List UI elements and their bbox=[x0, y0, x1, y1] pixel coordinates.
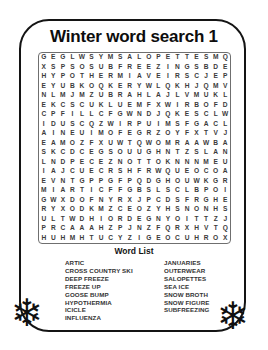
grid-cell[interactable]: S bbox=[68, 120, 78, 130]
grid-cell[interactable]: E bbox=[220, 196, 230, 206]
grid-cell[interactable]: H bbox=[87, 72, 97, 82]
grid-cell[interactable]: A bbox=[125, 91, 135, 101]
grid-cell[interactable]: T bbox=[58, 215, 68, 225]
grid-cell[interactable]: N bbox=[201, 205, 211, 215]
grid-cell[interactable]: T bbox=[201, 215, 211, 225]
grid-cell[interactable]: K bbox=[163, 158, 173, 168]
grid-cell[interactable]: O bbox=[106, 215, 116, 225]
grid-cell[interactable]: B bbox=[135, 186, 145, 196]
grid-cell[interactable]: X bbox=[182, 224, 192, 234]
grid-cell[interactable]: Z bbox=[106, 205, 116, 215]
grid-cell[interactable]: L bbox=[154, 82, 164, 92]
grid-cell[interactable]: H bbox=[154, 148, 164, 158]
grid-cell[interactable]: S bbox=[192, 63, 202, 73]
grid-cell[interactable]: V bbox=[220, 82, 230, 92]
grid-cell[interactable]: S bbox=[115, 167, 125, 177]
grid-cell[interactable]: D bbox=[220, 101, 230, 111]
grid-cell[interactable]: F bbox=[106, 186, 116, 196]
grid-cell[interactable]: U bbox=[144, 120, 154, 130]
grid-cell[interactable]: P bbox=[220, 72, 230, 82]
grid-cell[interactable]: N bbox=[115, 158, 125, 168]
grid-cell[interactable]: V bbox=[182, 91, 192, 101]
grid-cell[interactable]: S bbox=[220, 205, 230, 215]
grid-cell[interactable]: K bbox=[201, 177, 211, 187]
grid-cell[interactable]: R bbox=[49, 224, 59, 234]
grid-cell[interactable]: E bbox=[68, 129, 78, 139]
grid-cell[interactable]: J bbox=[220, 215, 230, 225]
grid-cell[interactable]: S bbox=[39, 148, 49, 158]
grid-cell[interactable]: J bbox=[192, 82, 202, 92]
grid-cell[interactable]: F bbox=[115, 129, 125, 139]
grid-cell[interactable]: R bbox=[182, 101, 192, 111]
grid-cell[interactable]: B bbox=[211, 139, 221, 149]
grid-cell[interactable]: C bbox=[106, 234, 116, 244]
grid-cell[interactable]: Q bbox=[135, 177, 145, 187]
grid-cell[interactable]: N bbox=[58, 129, 68, 139]
grid-cell[interactable]: F bbox=[211, 101, 221, 111]
grid-cell[interactable]: K bbox=[49, 148, 59, 158]
grid-cell[interactable]: K bbox=[96, 101, 106, 111]
grid-cell[interactable]: S bbox=[173, 196, 183, 206]
grid-cell[interactable]: E bbox=[125, 129, 135, 139]
grid-cell[interactable]: Y bbox=[154, 205, 164, 215]
grid-cell[interactable]: O bbox=[87, 82, 97, 92]
grid-cell[interactable]: G bbox=[96, 148, 106, 158]
grid-cell[interactable]: S bbox=[87, 53, 97, 63]
grid-cell[interactable]: T bbox=[211, 224, 221, 234]
grid-cell[interactable]: F bbox=[106, 110, 116, 120]
grid-cell[interactable]: R bbox=[144, 129, 154, 139]
grid-cell[interactable]: A bbox=[182, 139, 192, 149]
grid-cell[interactable]: X bbox=[39, 63, 49, 73]
grid-cell[interactable]: M bbox=[211, 82, 221, 92]
grid-cell[interactable]: E bbox=[182, 167, 192, 177]
grid-cell[interactable]: B bbox=[106, 91, 116, 101]
grid-cell[interactable]: L bbox=[77, 110, 87, 120]
grid-cell[interactable]: G bbox=[77, 177, 87, 187]
grid-cell[interactable]: E bbox=[135, 63, 145, 73]
grid-cell[interactable]: A bbox=[77, 224, 87, 234]
grid-cell[interactable]: T bbox=[173, 53, 183, 63]
grid-cell[interactable]: W bbox=[192, 177, 202, 187]
grid-cell[interactable]: G bbox=[125, 186, 135, 196]
grid-cell[interactable]: H bbox=[163, 177, 173, 187]
grid-cell[interactable]: I bbox=[173, 101, 183, 111]
grid-cell[interactable]: I bbox=[163, 72, 173, 82]
grid-cell[interactable]: U bbox=[96, 234, 106, 244]
grid-cell[interactable]: Z bbox=[144, 205, 154, 215]
grid-cell[interactable]: H bbox=[192, 234, 202, 244]
grid-cell[interactable]: S bbox=[173, 205, 183, 215]
grid-cell[interactable]: F bbox=[135, 167, 145, 177]
grid-cell[interactable]: E bbox=[192, 53, 202, 63]
grid-cell[interactable]: S bbox=[163, 186, 173, 196]
grid-cell[interactable]: B bbox=[192, 101, 202, 111]
grid-cell[interactable]: F bbox=[87, 139, 97, 149]
grid-cell[interactable]: Q bbox=[87, 120, 97, 130]
grid-cell[interactable]: U bbox=[58, 120, 68, 130]
grid-cell[interactable]: E bbox=[144, 63, 154, 73]
grid-cell[interactable]: P bbox=[201, 186, 211, 196]
grid-cell[interactable]: N bbox=[173, 158, 183, 168]
grid-cell[interactable]: N bbox=[154, 215, 164, 225]
grid-cell[interactable]: G bbox=[135, 129, 145, 139]
grid-cell[interactable]: L bbox=[106, 101, 116, 111]
grid-cell[interactable]: H bbox=[211, 205, 221, 215]
grid-cell[interactable]: U bbox=[125, 148, 135, 158]
grid-cell[interactable]: K bbox=[211, 91, 221, 101]
grid-cell[interactable]: O bbox=[211, 186, 221, 196]
grid-cell[interactable]: I bbox=[39, 167, 49, 177]
grid-cell[interactable]: C bbox=[77, 148, 87, 158]
grid-cell[interactable]: T bbox=[173, 148, 183, 158]
grid-cell[interactable]: P bbox=[58, 72, 68, 82]
grid-cell[interactable]: L bbox=[220, 91, 230, 101]
grid-cell[interactable]: U bbox=[96, 91, 106, 101]
grid-cell[interactable]: C bbox=[201, 110, 211, 120]
grid-cell[interactable]: W bbox=[77, 53, 87, 63]
grid-cell[interactable]: H bbox=[163, 205, 173, 215]
grid-cell[interactable]: Z bbox=[154, 63, 164, 73]
grid-cell[interactable]: O bbox=[154, 158, 164, 168]
grid-cell[interactable]: P bbox=[87, 177, 97, 187]
grid-cell[interactable]: Z bbox=[87, 91, 97, 101]
grid-cell[interactable]: O bbox=[192, 167, 202, 177]
grid-cell[interactable]: C bbox=[58, 224, 68, 234]
grid-cell[interactable]: O bbox=[192, 205, 202, 215]
grid-cell[interactable]: U bbox=[220, 158, 230, 168]
grid-cell[interactable]: O bbox=[77, 63, 87, 73]
grid-cell[interactable]: H bbox=[96, 224, 106, 234]
grid-cell[interactable]: K bbox=[173, 82, 183, 92]
grid-cell[interactable]: M bbox=[192, 91, 202, 101]
grid-cell[interactable]: I bbox=[68, 110, 78, 120]
grid-cell[interactable]: E bbox=[211, 72, 221, 82]
grid-cell[interactable]: K bbox=[87, 205, 97, 215]
grid-cell[interactable]: F bbox=[154, 224, 164, 234]
grid-cell[interactable]: J bbox=[58, 167, 68, 177]
grid-cell[interactable]: U bbox=[49, 234, 59, 244]
grid-cell[interactable]: A bbox=[125, 53, 135, 63]
grid-cell[interactable]: E bbox=[96, 158, 106, 168]
grid-cell[interactable]: R bbox=[106, 72, 116, 82]
grid-cell[interactable]: E bbox=[49, 53, 59, 63]
grid-cell[interactable]: L bbox=[49, 215, 59, 225]
grid-cell[interactable]: I bbox=[220, 186, 230, 196]
grid-cell[interactable]: I bbox=[49, 129, 59, 139]
grid-cell[interactable]: E bbox=[39, 82, 49, 92]
grid-cell[interactable]: L bbox=[49, 91, 59, 101]
grid-cell[interactable]: G bbox=[192, 120, 202, 130]
grid-cell[interactable]: V bbox=[211, 129, 221, 139]
grid-cell[interactable]: Z bbox=[125, 234, 135, 244]
grid-cell[interactable]: P bbox=[49, 110, 59, 120]
grid-cell[interactable]: O bbox=[68, 205, 78, 215]
grid-cell[interactable]: T bbox=[77, 186, 87, 196]
grid-cell[interactable]: R bbox=[173, 224, 183, 234]
grid-cell[interactable]: X bbox=[58, 205, 68, 215]
grid-cell[interactable]: V bbox=[49, 177, 59, 187]
grid-cell[interactable]: S bbox=[201, 53, 211, 63]
grid-cell[interactable]: C bbox=[68, 167, 78, 177]
grid-cell[interactable]: N bbox=[39, 91, 49, 101]
grid-cell[interactable]: P bbox=[135, 120, 145, 130]
grid-cell[interactable]: M bbox=[106, 53, 116, 63]
grid-cell[interactable]: I bbox=[87, 186, 97, 196]
grid-cell[interactable]: J bbox=[201, 72, 211, 82]
grid-cell[interactable]: W bbox=[68, 215, 78, 225]
grid-cell[interactable]: N bbox=[135, 110, 145, 120]
grid-cell[interactable]: E bbox=[154, 234, 164, 244]
grid-cell[interactable]: G bbox=[182, 63, 192, 73]
grid-cell[interactable]: A bbox=[154, 91, 164, 101]
grid-cell[interactable]: R bbox=[68, 186, 78, 196]
grid-cell[interactable]: C bbox=[96, 186, 106, 196]
grid-cell[interactable]: U bbox=[115, 101, 125, 111]
grid-cell[interactable]: T bbox=[192, 215, 202, 225]
grid-cell[interactable]: W bbox=[115, 139, 125, 149]
grid-cell[interactable]: U bbox=[135, 148, 145, 158]
grid-cell[interactable]: X bbox=[220, 234, 230, 244]
grid-cell[interactable]: A bbox=[49, 139, 59, 149]
grid-cell[interactable]: I bbox=[115, 120, 125, 130]
grid-cell[interactable]: R bbox=[220, 177, 230, 187]
grid-cell[interactable]: S bbox=[68, 63, 78, 73]
grid-cell[interactable]: Z bbox=[211, 215, 221, 225]
grid-cell[interactable]: Z bbox=[96, 120, 106, 130]
grid-cell[interactable]: I bbox=[87, 129, 97, 139]
grid-cell[interactable]: I bbox=[163, 63, 173, 73]
grid-cell[interactable]: M bbox=[96, 205, 106, 215]
grid-cell[interactable]: G bbox=[115, 110, 125, 120]
grid-cell[interactable]: H bbox=[135, 91, 145, 101]
grid-cell[interactable]: P bbox=[58, 63, 68, 73]
grid-cell[interactable]: T bbox=[144, 158, 154, 168]
grid-cell[interactable]: I bbox=[96, 215, 106, 225]
grid-cell[interactable]: G bbox=[144, 148, 154, 158]
grid-cell[interactable]: A bbox=[220, 167, 230, 177]
grid-cell[interactable]: G bbox=[144, 234, 154, 244]
grid-cell[interactable]: K bbox=[77, 82, 87, 92]
grid-cell[interactable]: O bbox=[68, 139, 78, 149]
grid-cell[interactable]: A bbox=[135, 72, 145, 82]
grid-cell[interactable]: L bbox=[173, 91, 183, 101]
grid-cell[interactable]: T bbox=[201, 129, 211, 139]
grid-cell[interactable]: Q bbox=[220, 224, 230, 234]
grid-cell[interactable]: N bbox=[58, 177, 68, 187]
grid-cell[interactable]: R bbox=[173, 139, 183, 149]
grid-cell[interactable]: O bbox=[163, 234, 173, 244]
grid-cell[interactable]: D bbox=[77, 205, 87, 215]
grid-cell[interactable]: D bbox=[49, 120, 59, 130]
grid-cell[interactable]: W bbox=[144, 82, 154, 92]
grid-cell[interactable]: Y bbox=[106, 196, 116, 206]
grid-cell[interactable]: P bbox=[144, 196, 154, 206]
grid-cell[interactable]: T bbox=[125, 139, 135, 149]
grid-cell[interactable]: Y bbox=[135, 82, 145, 92]
grid-cell[interactable]: B bbox=[201, 63, 211, 73]
grid-cell[interactable]: E bbox=[125, 205, 135, 215]
grid-cell[interactable]: Q bbox=[163, 82, 173, 92]
grid-cell[interactable]: C bbox=[58, 148, 68, 158]
grid-cell[interactable]: Q bbox=[96, 82, 106, 92]
grid-cell[interactable]: D bbox=[144, 110, 154, 120]
grid-cell[interactable]: R bbox=[106, 167, 116, 177]
grid-cell[interactable]: M bbox=[115, 72, 125, 82]
grid-cell[interactable]: L bbox=[39, 158, 49, 168]
grid-cell[interactable]: U bbox=[58, 82, 68, 92]
grid-cell[interactable]: X bbox=[96, 139, 106, 149]
grid-cell[interactable]: R bbox=[115, 215, 125, 225]
grid-cell[interactable]: O bbox=[68, 72, 78, 82]
grid-cell[interactable]: D bbox=[125, 215, 135, 225]
grid-cell[interactable]: K bbox=[106, 82, 116, 92]
grid-cell[interactable]: R bbox=[201, 234, 211, 244]
grid-cell[interactable]: D bbox=[68, 148, 78, 158]
grid-cell[interactable]: W bbox=[220, 110, 230, 120]
grid-cell[interactable]: F bbox=[115, 177, 125, 187]
grid-cell[interactable]: T bbox=[77, 72, 87, 82]
grid-cell[interactable]: Y bbox=[49, 82, 59, 92]
grid-cell[interactable]: A bbox=[49, 167, 59, 177]
grid-cell[interactable]: F bbox=[182, 129, 192, 139]
grid-cell[interactable]: L bbox=[68, 53, 78, 63]
grid-cell[interactable]: N bbox=[163, 148, 173, 158]
grid-cell[interactable]: U bbox=[201, 91, 211, 101]
grid-cell[interactable]: G bbox=[211, 177, 221, 187]
grid-cell[interactable]: F bbox=[115, 186, 125, 196]
grid-cell[interactable]: P bbox=[96, 177, 106, 187]
grid-cell[interactable]: G bbox=[154, 177, 164, 187]
grid-cell[interactable]: A bbox=[68, 224, 78, 234]
grid-cell[interactable]: N bbox=[135, 224, 145, 234]
grid-cell[interactable]: X bbox=[192, 129, 202, 139]
grid-cell[interactable]: M bbox=[201, 158, 211, 168]
grid-cell[interactable]: U bbox=[39, 215, 49, 225]
grid-cell[interactable]: L bbox=[201, 148, 211, 158]
grid-cell[interactable]: O bbox=[115, 148, 125, 158]
grid-cell[interactable]: T bbox=[182, 53, 192, 63]
grid-cell[interactable]: G bbox=[144, 215, 154, 225]
grid-cell[interactable]: C bbox=[115, 205, 125, 215]
grid-cell[interactable]: S bbox=[144, 186, 154, 196]
grid-cell[interactable]: O bbox=[144, 53, 154, 63]
grid-cell[interactable]: C bbox=[77, 120, 87, 130]
grid-cell[interactable]: P bbox=[125, 177, 135, 187]
grid-cell[interactable]: V bbox=[144, 72, 154, 82]
grid-cell[interactable]: E bbox=[154, 72, 164, 82]
grid-cell[interactable]: E bbox=[182, 110, 192, 120]
grid-cell[interactable]: N bbox=[182, 158, 192, 168]
grid-cell[interactable]: I bbox=[49, 186, 59, 196]
grid-cell[interactable]: L bbox=[135, 53, 145, 63]
grid-cell[interactable]: Y bbox=[163, 215, 173, 225]
grid-cell[interactable]: S bbox=[173, 120, 183, 130]
grid-cell[interactable]: W bbox=[144, 139, 154, 149]
grid-cell[interactable]: U bbox=[173, 167, 183, 177]
grid-cell[interactable]: C bbox=[87, 158, 97, 168]
grid-cell[interactable]: N bbox=[49, 158, 59, 168]
grid-cell[interactable]: G bbox=[39, 196, 49, 206]
grid-cell[interactable]: U bbox=[87, 101, 97, 111]
grid-cell[interactable]: A bbox=[192, 139, 202, 149]
grid-cell[interactable]: I bbox=[135, 234, 145, 244]
grid-cell[interactable]: H bbox=[211, 196, 221, 206]
grid-cell[interactable]: M bbox=[135, 101, 145, 111]
grid-cell[interactable]: G bbox=[58, 53, 68, 63]
grid-cell[interactable]: S bbox=[115, 53, 125, 63]
grid-cell[interactable]: C bbox=[173, 186, 183, 196]
grid-cell[interactable]: E bbox=[87, 167, 97, 177]
grid-cell[interactable]: H bbox=[192, 224, 202, 234]
grid-cell[interactable]: G bbox=[201, 196, 211, 206]
grid-cell[interactable]: A bbox=[211, 148, 221, 158]
grid-cell[interactable]: U bbox=[106, 139, 116, 149]
grid-cell[interactable]: O bbox=[125, 158, 135, 168]
grid-cell[interactable]: S bbox=[68, 101, 78, 111]
grid-cell[interactable]: Y bbox=[115, 234, 125, 244]
grid-cell[interactable]: C bbox=[211, 120, 221, 130]
grid-cell[interactable]: P bbox=[115, 224, 125, 234]
grid-cell[interactable]: E bbox=[39, 177, 49, 187]
grid-cell[interactable]: J bbox=[220, 129, 230, 139]
grid-cell[interactable]: W bbox=[49, 196, 59, 206]
grid-cell[interactable]: T bbox=[87, 234, 97, 244]
grid-cell[interactable]: Z bbox=[182, 148, 192, 158]
grid-cell[interactable]: H bbox=[182, 82, 192, 92]
grid-cell[interactable]: W bbox=[201, 139, 211, 149]
grid-cell[interactable]: M bbox=[39, 186, 49, 196]
grid-cell[interactable]: N bbox=[96, 196, 106, 206]
grid-cell[interactable]: F bbox=[144, 101, 154, 111]
grid-cell[interactable]: P bbox=[68, 158, 78, 168]
grid-cell[interactable]: R bbox=[115, 196, 125, 206]
grid-cell[interactable]: M bbox=[211, 53, 221, 63]
grid-cell[interactable]: A bbox=[201, 120, 211, 130]
grid-cell[interactable]: U bbox=[182, 177, 192, 187]
grid-cell[interactable]: N bbox=[220, 148, 230, 158]
grid-cell[interactable]: F bbox=[87, 196, 97, 206]
grid-cell[interactable]: S bbox=[192, 110, 202, 120]
grid-cell[interactable]: X bbox=[154, 101, 164, 111]
grid-cell[interactable]: M bbox=[58, 91, 68, 101]
grid-cell[interactable]: X bbox=[58, 196, 68, 206]
grid-cell[interactable]: H bbox=[39, 234, 49, 244]
grid-cell[interactable]: S bbox=[106, 148, 116, 158]
grid-cell[interactable]: D bbox=[144, 177, 154, 187]
grid-cell[interactable]: Z bbox=[77, 139, 87, 149]
grid-cell[interactable]: C bbox=[201, 167, 211, 177]
grid-cell[interactable]: E bbox=[96, 72, 106, 82]
grid-cell[interactable]: L bbox=[182, 186, 192, 196]
grid-cell[interactable]: C bbox=[39, 110, 49, 120]
grid-cell[interactable]: Q bbox=[163, 110, 173, 120]
grid-cell[interactable]: J bbox=[135, 196, 145, 206]
grid-cell[interactable]: V bbox=[201, 224, 211, 234]
grid-cell[interactable]: M bbox=[163, 139, 173, 149]
grid-cell[interactable]: S bbox=[49, 63, 59, 73]
grid-cell[interactable]: Q bbox=[163, 167, 173, 177]
grid-cell[interactable]: F bbox=[182, 120, 192, 130]
grid-cell[interactable]: F bbox=[58, 110, 68, 120]
grid-cell[interactable]: J bbox=[68, 91, 78, 101]
grid-cell[interactable]: S bbox=[87, 63, 97, 73]
grid-cell[interactable]: Y bbox=[49, 205, 59, 215]
grid-cell[interactable]: R bbox=[125, 120, 135, 130]
grid-cell[interactable]: P bbox=[154, 53, 164, 63]
grid-cell[interactable]: A bbox=[87, 224, 97, 234]
grid-cell[interactable]: E bbox=[125, 101, 135, 111]
